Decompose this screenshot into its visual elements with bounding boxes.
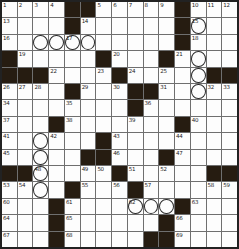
cell-r4c13[interactable] <box>191 51 206 66</box>
black-cell-r4c11 <box>159 51 174 66</box>
cell-r15c14[interactable] <box>207 232 222 247</box>
cell-r2c1[interactable]: 13 <box>2 18 17 33</box>
cell-r11c6[interactable]: 49 <box>81 166 96 181</box>
cell-r3c8[interactable] <box>112 35 127 50</box>
clue-number: 4 <box>50 2 53 8</box>
black-cell-r12c5 <box>65 182 80 197</box>
black-cell-r13c12 <box>175 199 190 214</box>
cell-r6c14[interactable]: 32 <box>207 84 222 99</box>
clue-number: 37 <box>3 117 9 123</box>
cell-r6c15[interactable]: 33 <box>222 84 237 99</box>
cell-r4c4[interactable] <box>49 51 64 66</box>
cell-r12c2[interactable]: 54 <box>18 182 33 197</box>
clue-number: 46 <box>113 150 119 156</box>
black-cell-r4c7 <box>96 51 111 66</box>
cell-r7c8[interactable] <box>112 100 127 115</box>
cell-r5c4[interactable]: 22 <box>49 68 64 83</box>
clue-number: 33 <box>223 84 229 90</box>
cell-r5c13[interactable] <box>191 68 206 83</box>
cell-r7c14[interactable] <box>207 100 222 115</box>
black-cell-r14c4 <box>49 215 64 230</box>
cell-r10c14[interactable] <box>207 150 222 165</box>
cell-r9c3[interactable] <box>33 133 48 148</box>
cell-r10c9[interactable] <box>128 150 143 165</box>
cell-r8c8[interactable] <box>112 117 127 132</box>
cell-r14c1[interactable]: 64 <box>2 215 17 230</box>
clue-number: 26 <box>3 84 9 90</box>
cell-r2c10[interactable] <box>144 18 159 33</box>
cell-r9c14[interactable] <box>207 133 222 148</box>
cell-r4c15[interactable] <box>222 51 237 66</box>
cell-r7c15[interactable] <box>222 100 237 115</box>
cell-r6c8[interactable]: 30 <box>112 84 127 99</box>
cell-r4c10[interactable] <box>144 51 159 66</box>
black-cell-r1c12 <box>175 2 190 17</box>
cell-r12c7[interactable] <box>96 182 111 197</box>
clue-number: 35 <box>66 100 72 106</box>
cell-r12c15[interactable]: 59 <box>222 182 237 197</box>
clue-number: 21 <box>176 51 182 57</box>
cell-r2c15[interactable] <box>222 18 237 33</box>
cell-r7c12[interactable] <box>175 100 190 115</box>
cell-r12c13[interactable] <box>191 182 206 197</box>
cell-r5c9[interactable]: 24 <box>128 68 143 83</box>
cell-r4c5[interactable] <box>65 51 80 66</box>
cell-r6c1[interactable]: 26 <box>2 84 17 99</box>
clue-number: 67 <box>3 232 9 238</box>
clue-number: 5 <box>97 2 100 8</box>
clue-number: 19 <box>19 51 25 57</box>
cell-r13c13[interactable]: 63 <box>191 199 206 214</box>
cell-r3c10[interactable] <box>144 35 159 50</box>
cell-r1c9[interactable]: 7 <box>128 2 143 17</box>
cell-r1c4[interactable]: 4 <box>49 2 64 17</box>
clue-number: 7 <box>129 2 132 8</box>
clue-number: 42 <box>50 133 56 139</box>
clue-number: 44 <box>176 133 182 139</box>
cell-r13c5[interactable]: 61 <box>65 199 80 214</box>
clue-number: 51 <box>129 166 135 172</box>
cell-r8c3[interactable] <box>33 117 48 132</box>
clue-number: 55 <box>82 182 88 188</box>
cell-r12c1[interactable]: 53 <box>2 182 17 197</box>
cell-r6c12[interactable] <box>175 84 190 99</box>
cell-r12c6[interactable]: 55 <box>81 182 96 197</box>
cell-r6c11[interactable]: 31 <box>159 84 174 99</box>
cell-r15c15[interactable] <box>222 232 237 247</box>
cell-r12c8[interactable]: 56 <box>112 182 127 197</box>
cell-r2c2[interactable] <box>18 18 33 33</box>
clue-number: 23 <box>97 68 103 74</box>
cell-r15c12[interactable]: 69 <box>175 232 190 247</box>
cell-r6c2[interactable]: 27 <box>18 84 33 99</box>
cell-r8c15[interactable] <box>222 117 237 132</box>
cell-r10c3[interactable] <box>33 150 48 165</box>
cell-r11c11[interactable]: 52 <box>159 166 174 181</box>
cell-r8c13[interactable]: 40 <box>191 117 206 132</box>
cell-r3c7[interactable] <box>96 35 111 50</box>
circle-marker <box>33 150 48 165</box>
cell-r15c2[interactable] <box>18 232 33 247</box>
clue-number: 10 <box>192 2 198 8</box>
cell-r7c7[interactable] <box>96 100 111 115</box>
cell-r9c2[interactable] <box>18 133 33 148</box>
cell-r1c10[interactable]: 8 <box>144 2 159 17</box>
cell-r15c13[interactable] <box>191 232 206 247</box>
clue-number: 58 <box>208 182 214 188</box>
clue-number: 25 <box>160 68 166 74</box>
black-cell-r11c15 <box>222 166 237 181</box>
black-cell-r10c11 <box>159 150 174 165</box>
black-cell-r13c4 <box>49 199 64 214</box>
cell-r10c10[interactable] <box>144 150 159 165</box>
cell-r13c6[interactable] <box>81 199 96 214</box>
black-cell-r15c11 <box>159 232 174 247</box>
cell-r10c15[interactable] <box>222 150 237 165</box>
cell-r13c3[interactable] <box>33 199 48 214</box>
cell-r5c6[interactable] <box>81 68 96 83</box>
clue-number: 41 <box>3 133 9 139</box>
black-cell-r6c5 <box>65 84 80 99</box>
cell-r1c1[interactable]: 1 <box>2 2 17 17</box>
cell-r4c8[interactable]: 20 <box>112 51 127 66</box>
clue-number: 28 <box>34 84 40 90</box>
cell-r11c5[interactable] <box>65 166 80 181</box>
cell-r14c7[interactable] <box>96 215 111 230</box>
cell-r11c7[interactable]: 50 <box>96 166 111 181</box>
clue-number: 52 <box>160 166 166 172</box>
clue-number: 61 <box>66 199 72 205</box>
cell-r10c5[interactable] <box>65 150 80 165</box>
cell-r13c8[interactable] <box>112 199 127 214</box>
cell-r11c12[interactable] <box>175 166 190 181</box>
cell-r1c7[interactable]: 5 <box>96 2 111 17</box>
clue-number: 32 <box>208 84 214 90</box>
cell-r9c11[interactable] <box>159 133 174 148</box>
cell-r9c4[interactable]: 42 <box>49 133 64 148</box>
cell-r14c9[interactable] <box>128 215 143 230</box>
cell-r5c11[interactable]: 25 <box>159 68 174 83</box>
clue-number: 50 <box>97 166 103 172</box>
cell-r6c13[interactable] <box>191 84 206 99</box>
cell-r15c1[interactable]: 67 <box>2 232 17 247</box>
clue-number: 12 <box>223 2 229 8</box>
black-cell-r11c8 <box>112 166 127 181</box>
cell-r7c10[interactable]: 36 <box>144 100 159 115</box>
cell-r6c7[interactable] <box>96 84 111 99</box>
cell-r2c7[interactable] <box>96 18 111 33</box>
cell-r9c5[interactable] <box>65 133 80 148</box>
cell-r4c9[interactable] <box>128 51 143 66</box>
black-cell-r3c12 <box>175 35 190 50</box>
cell-r6c4[interactable] <box>49 84 64 99</box>
cell-r9c9[interactable] <box>128 133 143 148</box>
clue-number: 9 <box>160 2 163 8</box>
cell-r15c9[interactable] <box>128 232 143 247</box>
cell-r1c11[interactable]: 9 <box>159 2 174 17</box>
cell-r5c5[interactable] <box>65 68 80 83</box>
black-cell-r5c2 <box>18 68 33 83</box>
cell-r8c5[interactable]: 38 <box>65 117 80 132</box>
clue-number: 39 <box>129 117 135 123</box>
cell-r2c4[interactable] <box>49 18 64 33</box>
cell-r14c8[interactable] <box>112 215 127 230</box>
cell-r12c10[interactable]: 57 <box>144 182 159 197</box>
cell-r8c6[interactable] <box>81 117 96 132</box>
cell-r7c4[interactable] <box>49 100 64 115</box>
circle-marker <box>191 68 206 83</box>
black-cell-r6c10 <box>144 84 159 99</box>
cell-r2c11[interactable] <box>159 18 174 33</box>
clue-number: 66 <box>176 215 182 221</box>
clue-number: 60 <box>3 199 9 205</box>
clue-number: 8 <box>145 2 148 8</box>
clue-number: 34 <box>3 100 9 106</box>
cell-r3c15[interactable] <box>222 35 237 50</box>
cell-r3c4[interactable] <box>49 35 64 50</box>
cell-r12c3[interactable] <box>33 182 48 197</box>
circle-marker <box>33 133 48 148</box>
clue-number: 3 <box>34 2 37 8</box>
cell-r4c3[interactable] <box>33 51 48 66</box>
cell-r14c13[interactable] <box>191 215 206 230</box>
cell-r7c2[interactable] <box>18 100 33 115</box>
circle-marker <box>33 35 48 50</box>
black-cell-r10c6 <box>81 150 96 165</box>
clue-number: 31 <box>160 84 166 90</box>
cell-r8c1[interactable]: 37 <box>2 117 17 132</box>
clue-number: 16 <box>3 35 9 41</box>
black-cell-r6c9 <box>128 84 143 99</box>
crossword-grid: 1234567891011121314151617181920212223242… <box>0 0 239 249</box>
cell-r10c2[interactable] <box>18 150 33 165</box>
circle-marker <box>33 182 48 197</box>
clue-number: 29 <box>82 84 88 90</box>
clue-number: 2 <box>19 2 22 8</box>
cell-r1c15[interactable]: 12 <box>222 2 237 17</box>
cell-r12c11[interactable] <box>159 182 174 197</box>
cell-r4c14[interactable] <box>207 51 222 66</box>
black-cell-r15c10 <box>144 232 159 247</box>
clue-number: 27 <box>19 84 25 90</box>
cell-r1c8[interactable]: 6 <box>112 2 127 17</box>
cell-r2c13[interactable]: 15 <box>191 18 206 33</box>
cell-r13c7[interactable] <box>96 199 111 214</box>
cell-r8c14[interactable] <box>207 117 222 132</box>
cell-r14c3[interactable] <box>33 215 48 230</box>
black-cell-r12c9 <box>128 182 143 197</box>
black-cell-r11c1 <box>2 166 17 181</box>
cell-r7c13[interactable] <box>191 100 206 115</box>
black-cell-r5c8 <box>112 68 127 83</box>
cell-r1c3[interactable]: 3 <box>33 2 48 17</box>
cell-r6c6[interactable]: 29 <box>81 84 96 99</box>
black-cell-r2c12 <box>175 18 190 33</box>
clue-number: 13 <box>3 18 9 24</box>
clue-number: 53 <box>3 182 9 188</box>
clue-number: 14 <box>82 18 88 24</box>
clue-number: 65 <box>66 215 72 221</box>
clue-number: 11 <box>208 2 214 8</box>
black-cell-r1c6 <box>81 2 96 17</box>
cell-r2c14[interactable] <box>207 18 222 33</box>
clue-number: 63 <box>192 199 198 205</box>
cell-r4c6[interactable] <box>81 51 96 66</box>
cell-r7c1[interactable]: 34 <box>2 100 17 115</box>
cell-r15c5[interactable]: 68 <box>65 232 80 247</box>
clue-number: 62 <box>129 199 135 205</box>
circle-marker <box>81 35 96 50</box>
cell-r5c10[interactable] <box>144 68 159 83</box>
cell-r13c1[interactable]: 60 <box>2 199 17 214</box>
clue-number: 22 <box>50 68 56 74</box>
cell-r4c12[interactable]: 21 <box>175 51 190 66</box>
clue-number: 57 <box>145 182 151 188</box>
cell-r9c12[interactable]: 44 <box>175 133 190 148</box>
black-cell-r14c11 <box>159 215 174 230</box>
cell-r2c9[interactable] <box>128 18 143 33</box>
circle-marker <box>159 199 174 214</box>
cell-r13c2[interactable] <box>18 199 33 214</box>
clue-number: 24 <box>129 68 135 74</box>
circle-marker <box>191 51 206 66</box>
cell-r2c6[interactable]: 14 <box>81 18 96 33</box>
cell-r3c11[interactable] <box>159 35 174 50</box>
cell-r10c13[interactable] <box>191 150 206 165</box>
clue-number: 48 <box>34 166 40 172</box>
black-cell-r2c5 <box>65 18 80 33</box>
clue-number: 15 <box>192 18 198 24</box>
cell-r15c8[interactable] <box>112 232 127 247</box>
cell-r3c6[interactable] <box>81 35 96 50</box>
cell-r9c13[interactable] <box>191 133 206 148</box>
cell-r3c9[interactable] <box>128 35 143 50</box>
cell-r13c11[interactable] <box>159 199 174 214</box>
cell-r2c3[interactable] <box>33 18 48 33</box>
cell-r13c9[interactable]: 62 <box>128 199 143 214</box>
circle-marker <box>191 84 206 99</box>
clue-number: 45 <box>3 150 9 156</box>
clue-number: 69 <box>176 232 182 238</box>
cell-r9c15[interactable] <box>222 133 237 148</box>
clue-number: 59 <box>223 182 229 188</box>
clue-number: 36 <box>145 100 151 106</box>
circle-marker <box>144 199 159 214</box>
black-cell-r11c14 <box>207 166 222 181</box>
cell-r11c4[interactable] <box>49 166 64 181</box>
cell-r11c9[interactable]: 51 <box>128 166 143 181</box>
cell-r12c12[interactable] <box>175 182 190 197</box>
cell-r10c1[interactable]: 45 <box>2 150 17 165</box>
cell-r7c3[interactable] <box>33 100 48 115</box>
cell-r11c3[interactable]: 48 <box>33 166 48 181</box>
cell-r6c3[interactable]: 28 <box>33 84 48 99</box>
cell-r9c6[interactable] <box>81 133 96 148</box>
black-cell-r4c1 <box>2 51 17 66</box>
black-cell-r5c1 <box>2 68 17 83</box>
cell-r12c4[interactable] <box>49 182 64 197</box>
clue-number: 38 <box>66 117 72 123</box>
cell-r14c6[interactable] <box>81 215 96 230</box>
cell-r15c7[interactable] <box>96 232 111 247</box>
cell-r7c6[interactable] <box>81 100 96 115</box>
cell-r14c10[interactable] <box>144 215 159 230</box>
cell-r3c2[interactable] <box>18 35 33 50</box>
cell-r9c1[interactable]: 41 <box>2 133 17 148</box>
black-cell-r9c7 <box>96 133 111 148</box>
cell-r8c7[interactable] <box>96 117 111 132</box>
cell-r3c5[interactable]: 17 <box>65 35 80 50</box>
cell-r3c14[interactable] <box>207 35 222 50</box>
cell-r3c3[interactable] <box>33 35 48 50</box>
cell-r5c12[interactable] <box>175 68 190 83</box>
cell-r14c5[interactable]: 65 <box>65 215 80 230</box>
cell-r14c12[interactable]: 66 <box>175 215 190 230</box>
clue-number: 47 <box>176 150 182 156</box>
circle-marker <box>49 35 64 50</box>
clue-number: 49 <box>82 166 88 172</box>
cell-r11c13[interactable] <box>191 166 206 181</box>
cell-r4c2[interactable]: 19 <box>18 51 33 66</box>
cell-r8c11[interactable] <box>159 117 174 132</box>
cell-r8c10[interactable] <box>144 117 159 132</box>
black-cell-r7c9 <box>128 100 143 115</box>
cell-r13c15[interactable] <box>222 199 237 214</box>
cell-r15c6[interactable] <box>81 232 96 247</box>
cell-r1c13[interactable]: 10 <box>191 2 206 17</box>
cell-r7c5[interactable]: 35 <box>65 100 80 115</box>
cell-r2c8[interactable] <box>112 18 127 33</box>
cell-r3c1[interactable]: 16 <box>2 35 17 50</box>
cell-r8c9[interactable]: 39 <box>128 117 143 132</box>
cell-r9c10[interactable] <box>144 133 159 148</box>
cell-r10c12[interactable]: 47 <box>175 150 190 165</box>
cell-r10c8[interactable]: 46 <box>112 150 127 165</box>
cell-r15c3[interactable] <box>33 232 48 247</box>
cell-r11c10[interactable] <box>144 166 159 181</box>
clue-number: 30 <box>113 84 119 90</box>
cell-r7c11[interactable] <box>159 100 174 115</box>
black-cell-r8c4 <box>49 117 64 132</box>
cell-r3c13[interactable]: 18 <box>191 35 206 50</box>
cell-r14c14[interactable] <box>207 215 222 230</box>
black-cell-r15c4 <box>49 232 64 247</box>
cell-r13c10[interactable] <box>144 199 159 214</box>
black-cell-r5c3 <box>33 68 48 83</box>
clue-number: 18 <box>192 35 198 41</box>
clue-number: 64 <box>3 215 9 221</box>
clue-number: 43 <box>113 133 119 139</box>
cell-r1c14[interactable]: 11 <box>207 2 222 17</box>
black-cell-r10c7 <box>96 150 111 165</box>
black-cell-r8c12 <box>175 117 190 132</box>
black-cell-r1c5 <box>65 2 80 17</box>
clue-number: 56 <box>113 182 119 188</box>
cell-r13c14[interactable] <box>207 199 222 214</box>
cell-r14c2[interactable] <box>18 215 33 230</box>
clue-number: 54 <box>19 182 25 188</box>
cell-r14c15[interactable] <box>222 215 237 230</box>
cell-r9c8[interactable]: 43 <box>112 133 127 148</box>
cell-r5c7[interactable]: 23 <box>96 68 111 83</box>
cell-r8c2[interactable] <box>18 117 33 132</box>
black-cell-r5c15 <box>222 68 237 83</box>
cell-r12c14[interactable]: 58 <box>207 182 222 197</box>
cell-r1c2[interactable]: 2 <box>18 2 33 17</box>
black-cell-r11c2 <box>18 166 33 181</box>
clue-number: 1 <box>3 2 6 8</box>
cell-r10c4[interactable] <box>49 150 64 165</box>
